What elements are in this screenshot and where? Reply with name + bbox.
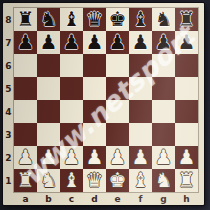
- white-pawn: ♟: [109, 147, 127, 167]
- file-label-a: a: [14, 192, 37, 205]
- white-pawn: ♟: [86, 147, 104, 167]
- black-king: ♚: [109, 9, 127, 29]
- black-queen: ♛: [86, 9, 104, 29]
- square-f7[interactable]: ♟: [129, 31, 152, 54]
- square-c6[interactable]: [60, 54, 83, 77]
- square-c7[interactable]: ♟: [60, 31, 83, 54]
- square-h7[interactable]: ♟: [175, 31, 198, 54]
- file-label-b: b: [37, 192, 60, 205]
- square-a4[interactable]: [14, 100, 37, 123]
- black-pawn: ♟: [40, 32, 58, 52]
- square-b6[interactable]: [37, 54, 60, 77]
- white-bishop: ♝: [63, 170, 81, 190]
- square-b8[interactable]: ♞: [37, 8, 60, 31]
- black-pawn: ♟: [132, 32, 150, 52]
- square-d1[interactable]: ♛: [83, 169, 106, 192]
- square-e1[interactable]: ♚: [106, 169, 129, 192]
- square-h4[interactable]: [175, 100, 198, 123]
- rank-label-2: 2: [3, 146, 14, 169]
- black-pawn: ♟: [17, 32, 35, 52]
- square-e7[interactable]: ♟: [106, 31, 129, 54]
- black-rook: ♜: [178, 9, 196, 29]
- file-label-h: h: [175, 192, 198, 205]
- square-c1[interactable]: ♝: [60, 169, 83, 192]
- square-c5[interactable]: [60, 77, 83, 100]
- board-squares: ♜♞♝♛♚♝♞♜♟♟♟♟♟♟♟♟♟♟♟♟♟♟♟♟♜♞♝♛♚♝♞♜: [14, 8, 198, 192]
- file-label-d: d: [83, 192, 106, 205]
- board-photo: 87654321 ♜♞♝♛♚♝♞♜♟♟♟♟♟♟♟♟♟♟♟♟♟♟♟♟♜♞♝♛♚♝♞…: [0, 0, 210, 210]
- white-pawn: ♟: [155, 147, 173, 167]
- white-rook: ♜: [17, 170, 35, 190]
- square-d5[interactable]: [83, 77, 106, 100]
- white-pawn: ♟: [132, 147, 150, 167]
- rank-label-4: 4: [3, 100, 14, 123]
- white-king: ♚: [109, 170, 127, 190]
- rank-label-6: 6: [3, 54, 14, 77]
- square-c3[interactable]: [60, 123, 83, 146]
- file-label-c: c: [60, 192, 83, 205]
- black-bishop: ♝: [132, 9, 150, 29]
- square-e6[interactable]: [106, 54, 129, 77]
- square-f3[interactable]: [129, 123, 152, 146]
- square-b5[interactable]: [37, 77, 60, 100]
- rank-labels: 87654321: [3, 8, 14, 192]
- black-rook: ♜: [17, 9, 35, 29]
- square-b1[interactable]: ♞: [37, 169, 60, 192]
- black-pawn: ♟: [155, 32, 173, 52]
- white-bishop: ♝: [132, 170, 150, 190]
- square-c8[interactable]: ♝: [60, 8, 83, 31]
- square-f2[interactable]: ♟: [129, 146, 152, 169]
- rank-label-3: 3: [3, 123, 14, 146]
- square-a8[interactable]: ♜: [14, 8, 37, 31]
- rank-label-1: 1: [3, 169, 14, 192]
- black-bishop: ♝: [63, 9, 81, 29]
- square-c4[interactable]: [60, 100, 83, 123]
- white-rook: ♜: [178, 170, 196, 190]
- white-pawn: ♟: [17, 147, 35, 167]
- square-d2[interactable]: ♟: [83, 146, 106, 169]
- square-g4[interactable]: [152, 100, 175, 123]
- square-b4[interactable]: [37, 100, 60, 123]
- square-g6[interactable]: [152, 54, 175, 77]
- square-a5[interactable]: [14, 77, 37, 100]
- black-knight: ♞: [155, 9, 173, 29]
- file-labels: abcdefgh: [14, 192, 198, 205]
- square-e4[interactable]: [106, 100, 129, 123]
- square-d3[interactable]: [83, 123, 106, 146]
- square-b2[interactable]: ♟: [37, 146, 60, 169]
- black-pawn: ♟: [109, 32, 127, 52]
- square-a2[interactable]: ♟: [14, 146, 37, 169]
- rank-label-8: 8: [3, 8, 14, 31]
- square-d6[interactable]: [83, 54, 106, 77]
- rank-label-7: 7: [3, 31, 14, 54]
- square-f1[interactable]: ♝: [129, 169, 152, 192]
- square-d7[interactable]: ♟: [83, 31, 106, 54]
- square-g5[interactable]: [152, 77, 175, 100]
- file-label-f: f: [129, 192, 152, 205]
- square-c2[interactable]: ♟: [60, 146, 83, 169]
- white-pawn: ♟: [40, 147, 58, 167]
- white-queen: ♛: [86, 170, 104, 190]
- square-h8[interactable]: ♜: [175, 8, 198, 31]
- square-g1[interactable]: ♞: [152, 169, 175, 192]
- square-a1[interactable]: ♜: [14, 169, 37, 192]
- square-e5[interactable]: [106, 77, 129, 100]
- square-f4[interactable]: [129, 100, 152, 123]
- square-e8[interactable]: ♚: [106, 8, 129, 31]
- square-a6[interactable]: [14, 54, 37, 77]
- black-pawn: ♟: [63, 32, 81, 52]
- square-h2[interactable]: ♟: [175, 146, 198, 169]
- square-b3[interactable]: [37, 123, 60, 146]
- square-h1[interactable]: ♜: [175, 169, 198, 192]
- square-g8[interactable]: ♞: [152, 8, 175, 31]
- square-g3[interactable]: [152, 123, 175, 146]
- square-a7[interactable]: ♟: [14, 31, 37, 54]
- square-a3[interactable]: [14, 123, 37, 146]
- square-d8[interactable]: ♛: [83, 8, 106, 31]
- white-knight: ♞: [40, 170, 58, 190]
- white-pawn: ♟: [178, 147, 196, 167]
- square-g2[interactable]: ♟: [152, 146, 175, 169]
- square-g7[interactable]: ♟: [152, 31, 175, 54]
- square-e3[interactable]: [106, 123, 129, 146]
- square-h5[interactable]: [175, 77, 198, 100]
- square-f8[interactable]: ♝: [129, 8, 152, 31]
- square-f5[interactable]: [129, 77, 152, 100]
- black-knight: ♞: [40, 9, 58, 29]
- square-f6[interactable]: [129, 54, 152, 77]
- square-b7[interactable]: ♟: [37, 31, 60, 54]
- square-e2[interactable]: ♟: [106, 146, 129, 169]
- white-pawn: ♟: [63, 147, 81, 167]
- white-knight: ♞: [155, 170, 173, 190]
- chess-board: 87654321 ♜♞♝♛♚♝♞♜♟♟♟♟♟♟♟♟♟♟♟♟♟♟♟♟♜♞♝♛♚♝♞…: [3, 3, 204, 205]
- rank-label-5: 5: [3, 77, 14, 100]
- square-h6[interactable]: [175, 54, 198, 77]
- file-label-e: e: [106, 192, 129, 205]
- black-pawn: ♟: [86, 32, 104, 52]
- square-h3[interactable]: [175, 123, 198, 146]
- black-pawn: ♟: [178, 32, 196, 52]
- file-label-g: g: [152, 192, 175, 205]
- square-d4[interactable]: [83, 100, 106, 123]
